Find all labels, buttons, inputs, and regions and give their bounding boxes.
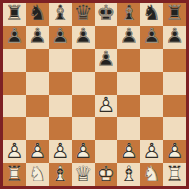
square-d2[interactable]: ♟♙ <box>72 140 95 163</box>
square-d1[interactable]: ♛♕ <box>72 163 95 186</box>
square-f6[interactable] <box>117 49 140 72</box>
white-bishop-glyph-outline: ♗ <box>49 163 72 186</box>
piece-white-pawn: ♟♙ <box>3 140 26 163</box>
square-a6[interactable] <box>3 49 26 72</box>
black-pawn-glyph-outline: ♙ <box>26 26 49 49</box>
white-rook-glyph-outline: ♖ <box>3 163 26 186</box>
piece-black-rook: ♜♖ <box>3 3 26 26</box>
square-a5[interactable] <box>3 72 26 95</box>
black-bishop-glyph-outline: ♗ <box>117 3 140 26</box>
square-h5[interactable] <box>163 72 186 95</box>
square-c7[interactable]: ♟♙ <box>49 26 72 49</box>
piece-white-pawn: ♟♙ <box>95 95 118 118</box>
piece-black-pawn: ♟♙ <box>26 26 49 49</box>
piece-white-knight: ♞♘ <box>26 163 49 186</box>
white-pawn-glyph-outline: ♙ <box>72 140 95 163</box>
black-pawn-glyph-outline: ♙ <box>49 26 72 49</box>
square-e3[interactable] <box>95 117 118 140</box>
piece-white-rook: ♜♖ <box>163 163 186 186</box>
piece-black-pawn: ♟♙ <box>49 26 72 49</box>
piece-white-pawn: ♟♙ <box>26 140 49 163</box>
square-c6[interactable] <box>49 49 72 72</box>
square-c4[interactable] <box>49 95 72 118</box>
white-pawn-glyph-outline: ♙ <box>49 140 72 163</box>
square-d6[interactable] <box>72 49 95 72</box>
piece-black-queen: ♛♕ <box>72 3 95 26</box>
piece-white-knight: ♞♘ <box>140 163 163 186</box>
square-a7[interactable]: ♟♙ <box>3 26 26 49</box>
square-e6[interactable]: ♟♙ <box>95 49 118 72</box>
square-c1[interactable]: ♝♗ <box>49 163 72 186</box>
square-d5[interactable] <box>72 72 95 95</box>
piece-black-pawn: ♟♙ <box>117 26 140 49</box>
black-pawn-glyph-outline: ♙ <box>95 49 118 72</box>
square-h2[interactable]: ♟♙ <box>163 140 186 163</box>
piece-black-bishop: ♝♗ <box>117 3 140 26</box>
piece-white-pawn: ♟♙ <box>117 140 140 163</box>
black-pawn-glyph-outline: ♙ <box>140 26 163 49</box>
piece-black-pawn: ♟♙ <box>3 26 26 49</box>
piece-black-bishop: ♝♗ <box>49 3 72 26</box>
piece-white-pawn: ♟♙ <box>72 140 95 163</box>
square-a3[interactable] <box>3 117 26 140</box>
square-b2[interactable]: ♟♙ <box>26 140 49 163</box>
square-h4[interactable] <box>163 95 186 118</box>
square-h1[interactable]: ♜♖ <box>163 163 186 186</box>
square-d4[interactable] <box>72 95 95 118</box>
square-a2[interactable]: ♟♙ <box>3 140 26 163</box>
piece-white-king: ♚♔ <box>95 163 118 186</box>
square-f2[interactable]: ♟♙ <box>117 140 140 163</box>
square-g7[interactable]: ♟♙ <box>140 26 163 49</box>
square-h6[interactable] <box>163 49 186 72</box>
piece-white-queen: ♛♕ <box>72 163 95 186</box>
square-c2[interactable]: ♟♙ <box>49 140 72 163</box>
piece-black-pawn: ♟♙ <box>95 49 118 72</box>
square-g2[interactable]: ♟♙ <box>140 140 163 163</box>
square-h7[interactable]: ♟♙ <box>163 26 186 49</box>
square-e2[interactable] <box>95 140 118 163</box>
black-rook-glyph-outline: ♖ <box>3 3 26 26</box>
white-king-glyph-outline: ♔ <box>95 163 118 186</box>
square-e8[interactable]: ♚♔ <box>95 3 118 26</box>
black-pawn-glyph-outline: ♙ <box>3 26 26 49</box>
piece-black-pawn: ♟♙ <box>163 26 186 49</box>
square-f8[interactable]: ♝♗ <box>117 3 140 26</box>
black-pawn-glyph-outline: ♙ <box>117 26 140 49</box>
white-pawn-glyph-outline: ♙ <box>95 95 118 118</box>
square-b6[interactable] <box>26 49 49 72</box>
black-knight-glyph-outline: ♘ <box>140 3 163 26</box>
white-pawn-glyph-outline: ♙ <box>3 140 26 163</box>
piece-white-pawn: ♟♙ <box>163 140 186 163</box>
square-g3[interactable] <box>140 117 163 140</box>
square-a8[interactable]: ♜♖ <box>3 3 26 26</box>
white-rook-glyph-outline: ♖ <box>163 163 186 186</box>
black-bishop-glyph-outline: ♗ <box>49 3 72 26</box>
white-queen-glyph-outline: ♕ <box>72 163 95 186</box>
square-h3[interactable] <box>163 117 186 140</box>
square-g1[interactable]: ♞♘ <box>140 163 163 186</box>
square-b5[interactable] <box>26 72 49 95</box>
square-f4[interactable] <box>117 95 140 118</box>
square-b7[interactable]: ♟♙ <box>26 26 49 49</box>
white-pawn-glyph-outline: ♙ <box>26 140 49 163</box>
piece-white-pawn: ♟♙ <box>140 140 163 163</box>
square-e4[interactable]: ♟♙ <box>95 95 118 118</box>
white-knight-glyph-outline: ♘ <box>26 163 49 186</box>
black-queen-glyph-outline: ♕ <box>72 3 95 26</box>
square-b4[interactable] <box>26 95 49 118</box>
square-d3[interactable] <box>72 117 95 140</box>
square-b8[interactable]: ♞♘ <box>26 3 49 26</box>
square-b3[interactable] <box>26 117 49 140</box>
square-d8[interactable]: ♛♕ <box>72 3 95 26</box>
piece-black-knight: ♞♘ <box>140 3 163 26</box>
white-pawn-glyph-outline: ♙ <box>140 140 163 163</box>
piece-white-pawn: ♟♙ <box>49 140 72 163</box>
white-pawn-glyph-outline: ♙ <box>163 140 186 163</box>
white-bishop-glyph-outline: ♗ <box>117 163 140 186</box>
piece-black-rook: ♜♖ <box>163 3 186 26</box>
black-pawn-glyph-outline: ♙ <box>163 26 186 49</box>
piece-black-knight: ♞♘ <box>26 3 49 26</box>
square-g4[interactable] <box>140 95 163 118</box>
piece-black-pawn: ♟♙ <box>140 26 163 49</box>
square-g8[interactable]: ♞♘ <box>140 3 163 26</box>
piece-black-pawn: ♟♙ <box>72 26 95 49</box>
chess-board-frame: ♜♖♞♘♝♗♛♕♚♔♝♗♞♘♜♖♟♙♟♙♟♙♟♙♟♙♟♙♟♙♟♙♟♙♟♙♟♙♟♙… <box>0 0 189 189</box>
white-pawn-glyph-outline: ♙ <box>117 140 140 163</box>
square-c3[interactable] <box>49 117 72 140</box>
piece-white-bishop: ♝♗ <box>49 163 72 186</box>
square-e7[interactable] <box>95 26 118 49</box>
white-knight-glyph-outline: ♘ <box>140 163 163 186</box>
square-f7[interactable]: ♟♙ <box>117 26 140 49</box>
square-c8[interactable]: ♝♗ <box>49 3 72 26</box>
black-king-glyph-outline: ♔ <box>95 3 118 26</box>
square-a1[interactable]: ♜♖ <box>3 163 26 186</box>
square-b1[interactable]: ♞♘ <box>26 163 49 186</box>
square-e5[interactable] <box>95 72 118 95</box>
chess-board: ♜♖♞♘♝♗♛♕♚♔♝♗♞♘♜♖♟♙♟♙♟♙♟♙♟♙♟♙♟♙♟♙♟♙♟♙♟♙♟♙… <box>3 3 186 186</box>
square-d7[interactable]: ♟♙ <box>72 26 95 49</box>
black-knight-glyph-outline: ♘ <box>26 3 49 26</box>
black-rook-glyph-outline: ♖ <box>163 3 186 26</box>
square-g5[interactable] <box>140 72 163 95</box>
square-a4[interactable] <box>3 95 26 118</box>
square-h8[interactable]: ♜♖ <box>163 3 186 26</box>
square-c5[interactable] <box>49 72 72 95</box>
square-g6[interactable] <box>140 49 163 72</box>
square-f5[interactable] <box>117 72 140 95</box>
piece-white-bishop: ♝♗ <box>117 163 140 186</box>
black-pawn-glyph-outline: ♙ <box>72 26 95 49</box>
square-f3[interactable] <box>117 117 140 140</box>
piece-black-king: ♚♔ <box>95 3 118 26</box>
square-e1[interactable]: ♚♔ <box>95 163 118 186</box>
square-f1[interactable]: ♝♗ <box>117 163 140 186</box>
piece-white-rook: ♜♖ <box>3 163 26 186</box>
